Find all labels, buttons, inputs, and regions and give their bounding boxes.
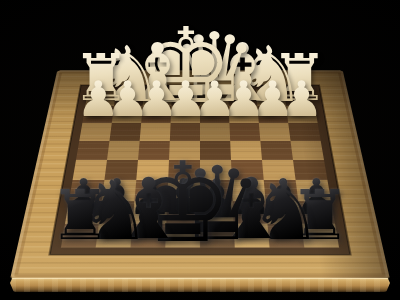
- white-pawn-h2[interactable]: ♟: [76, 75, 120, 124]
- pieces-layer: ♜♞♝♛♚♝♞♜♟♟♟♟♟♟♟♟♟♟♟♟♟♟♟♟♜♞♝♛♚♝♞♜: [0, 0, 400, 300]
- photo-background: ♜♞♝♛♚♝♞♜♟♟♟♟♟♟♟♟♟♟♟♟♟♟♟♟♜♞♝♛♚♝♞♜: [0, 0, 400, 300]
- black-rook-h8[interactable]: ♜: [49, 181, 110, 249]
